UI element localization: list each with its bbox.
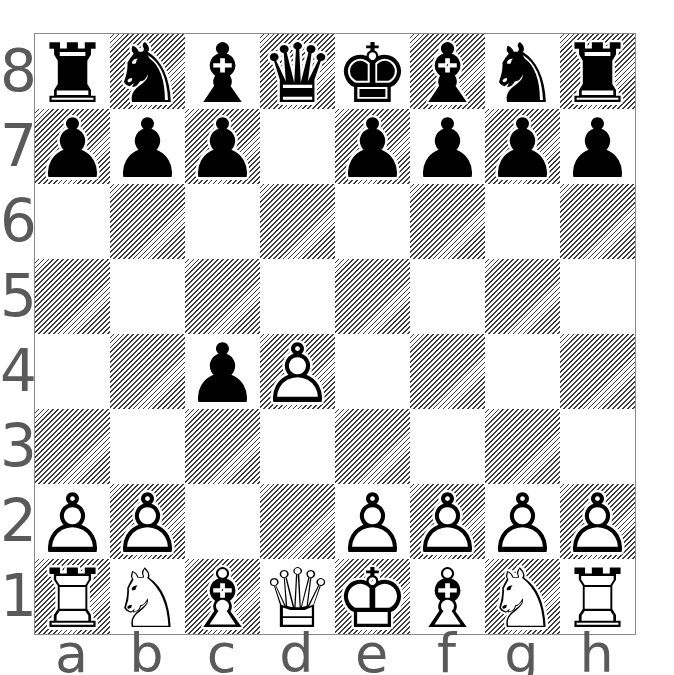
square-g5[interactable] — [485, 259, 560, 334]
square-e5[interactable] — [335, 259, 410, 334]
square-f4[interactable] — [410, 334, 485, 409]
square-h6[interactable] — [560, 184, 635, 259]
file-label-f: f — [409, 633, 484, 675]
black-knight-piece[interactable]: ♞ — [110, 36, 185, 111]
square-f8[interactable]: ♝ — [410, 34, 485, 109]
piece-outline: ♙ — [410, 486, 485, 561]
rank-label-6: 6 — [0, 183, 37, 258]
square-e7[interactable]: ♟ — [335, 109, 410, 184]
piece-outline: ♙ — [35, 486, 110, 561]
square-d7[interactable] — [260, 109, 335, 184]
black-pawn-piece[interactable]: ♟ — [35, 111, 110, 186]
black-king-piece[interactable]: ♚ — [335, 36, 410, 111]
black-pawn-piece[interactable]: ♟ — [485, 111, 560, 186]
black-knight-piece[interactable]: ♞ — [485, 36, 560, 111]
square-b7[interactable]: ♟ — [110, 109, 185, 184]
square-d8[interactable]: ♛ — [260, 34, 335, 109]
file-label-d: d — [259, 633, 334, 675]
white-pawn-piece[interactable]: ♟♙ — [410, 486, 485, 561]
square-h2[interactable]: ♟♙ — [560, 484, 635, 559]
black-pawn-piece[interactable]: ♟ — [335, 111, 410, 186]
black-pawn-piece[interactable]: ♟ — [410, 111, 485, 186]
black-pawn-piece[interactable]: ♟ — [185, 336, 260, 411]
black-queen-piece[interactable]: ♛ — [260, 36, 335, 111]
square-c7[interactable]: ♟ — [185, 109, 260, 184]
square-a4[interactable] — [35, 334, 110, 409]
white-pawn-piece[interactable]: ♟♙ — [335, 486, 410, 561]
black-pawn-piece[interactable]: ♟ — [185, 111, 260, 186]
square-g8[interactable]: ♞ — [485, 34, 560, 109]
rank-label-7: 7 — [0, 108, 37, 183]
square-h8[interactable]: ♜ — [560, 34, 635, 109]
square-d6[interactable] — [260, 184, 335, 259]
square-c3[interactable] — [185, 409, 260, 484]
rank-label-1: 1 — [0, 558, 37, 633]
square-b5[interactable] — [110, 259, 185, 334]
file-label-b: b — [109, 633, 184, 675]
square-e8[interactable]: ♚ — [335, 34, 410, 109]
square-h3[interactable] — [560, 409, 635, 484]
chess-diagram: 8 7 6 5 4 3 2 1 ♜♞♝♛♚♝♞♜♟♟♟♟♟♟♟♟♟♙♟♙♟♙♟♙… — [0, 0, 674, 675]
square-g2[interactable]: ♟♙ — [485, 484, 560, 559]
square-b6[interactable] — [110, 184, 185, 259]
rank-label-2: 2 — [0, 483, 37, 558]
square-a5[interactable] — [35, 259, 110, 334]
white-pawn-piece[interactable]: ♟♙ — [110, 486, 185, 561]
rank-label-4: 4 — [0, 333, 37, 408]
black-rook-piece[interactable]: ♜ — [35, 36, 110, 111]
file-labels: a b c d e f g h — [34, 633, 634, 675]
piece-outline: ♙ — [110, 486, 185, 561]
square-a6[interactable] — [35, 184, 110, 259]
piece-outline: ♙ — [335, 486, 410, 561]
white-pawn-piece[interactable]: ♟♙ — [485, 486, 560, 561]
square-d4[interactable]: ♟♙ — [260, 334, 335, 409]
square-e2[interactable]: ♟♙ — [335, 484, 410, 559]
square-e6[interactable] — [335, 184, 410, 259]
file-label-h: h — [559, 633, 634, 675]
square-b3[interactable] — [110, 409, 185, 484]
black-bishop-piece[interactable]: ♝ — [410, 36, 485, 111]
square-d3[interactable] — [260, 409, 335, 484]
square-c2[interactable] — [185, 484, 260, 559]
rank-label-3: 3 — [0, 408, 37, 483]
square-b2[interactable]: ♟♙ — [110, 484, 185, 559]
square-h7[interactable]: ♟ — [560, 109, 635, 184]
square-f3[interactable] — [410, 409, 485, 484]
square-e3[interactable] — [335, 409, 410, 484]
square-g3[interactable] — [485, 409, 560, 484]
rank-labels: 8 7 6 5 4 3 2 1 — [0, 33, 34, 633]
square-a7[interactable]: ♟ — [35, 109, 110, 184]
piece-outline: ♙ — [485, 486, 560, 561]
file-label-a: a — [34, 633, 109, 675]
square-a2[interactable]: ♟♙ — [35, 484, 110, 559]
square-f7[interactable]: ♟ — [410, 109, 485, 184]
square-f2[interactable]: ♟♙ — [410, 484, 485, 559]
white-pawn-piece[interactable]: ♟♙ — [35, 486, 110, 561]
file-label-g: g — [484, 633, 559, 675]
file-label-e: e — [334, 633, 409, 675]
square-h5[interactable] — [560, 259, 635, 334]
square-d5[interactable] — [260, 259, 335, 334]
square-a3[interactable] — [35, 409, 110, 484]
chess-board[interactable]: ♜♞♝♛♚♝♞♜♟♟♟♟♟♟♟♟♟♙♟♙♟♙♟♙♟♙♟♙♟♙♜♖♞♘♝♗♛♕♚♔… — [34, 33, 636, 635]
black-pawn-piece[interactable]: ♟ — [560, 111, 635, 186]
square-d2[interactable] — [260, 484, 335, 559]
square-e4[interactable] — [335, 334, 410, 409]
rank-label-5: 5 — [0, 258, 37, 333]
black-bishop-piece[interactable]: ♝ — [185, 36, 260, 111]
square-c5[interactable] — [185, 259, 260, 334]
square-a8[interactable]: ♜ — [35, 34, 110, 109]
square-g6[interactable] — [485, 184, 560, 259]
white-pawn-piece[interactable]: ♟♙ — [260, 336, 335, 411]
white-pawn-piece[interactable]: ♟♙ — [560, 486, 635, 561]
square-c8[interactable]: ♝ — [185, 34, 260, 109]
square-c6[interactable] — [185, 184, 260, 259]
piece-outline: ♙ — [560, 486, 635, 561]
piece-outline: ♙ — [260, 336, 335, 411]
file-label-c: c — [184, 633, 259, 675]
black-rook-piece[interactable]: ♜ — [560, 36, 635, 111]
rank-label-8: 8 — [0, 33, 37, 108]
square-g4[interactable] — [485, 334, 560, 409]
square-f6[interactable] — [410, 184, 485, 259]
square-c4[interactable]: ♟ — [185, 334, 260, 409]
square-f5[interactable] — [410, 259, 485, 334]
square-b8[interactable]: ♞ — [110, 34, 185, 109]
square-b4[interactable] — [110, 334, 185, 409]
square-h4[interactable] — [560, 334, 635, 409]
black-pawn-piece[interactable]: ♟ — [110, 111, 185, 186]
square-g7[interactable]: ♟ — [485, 109, 560, 184]
